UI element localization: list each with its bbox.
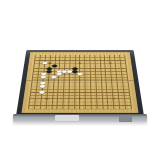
board-surface: ●●●●●●●●●●●●●●●●● (21, 52, 138, 113)
star-point (112, 98, 114, 99)
goban-grid: ●●●●●●●●●●●●●●●●● (26, 54, 135, 111)
star-point (46, 98, 48, 99)
base-latch (55, 115, 79, 121)
star-point (79, 98, 81, 99)
go-board: ●●●●●●●●●●●●●●●●● (16, 50, 144, 116)
board-base-edge (13, 114, 147, 122)
product-photo: ●●●●●●●●●●●●●●●●● (0, 0, 160, 160)
intersection (128, 107, 134, 110)
hinge-seam (26, 80, 134, 81)
base-tab (119, 115, 132, 122)
